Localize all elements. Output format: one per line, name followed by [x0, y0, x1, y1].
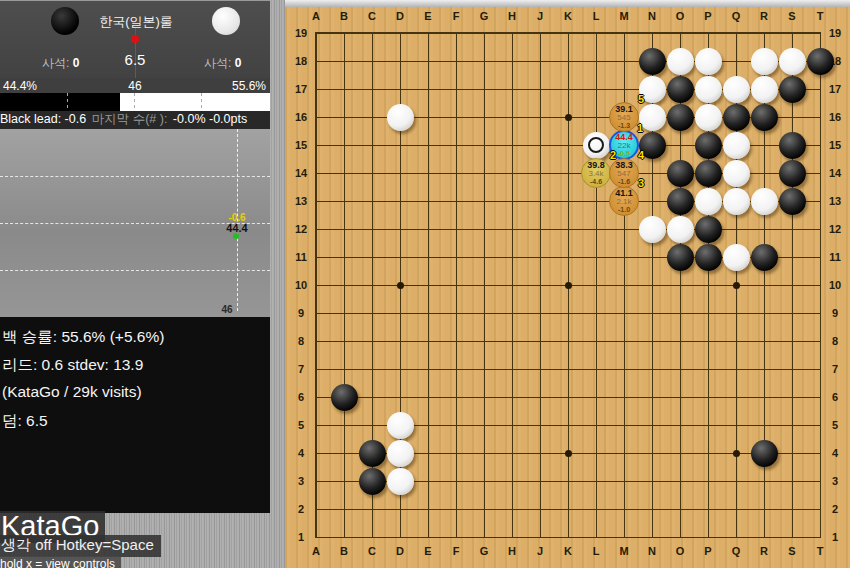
stone-white-D3 [387, 468, 414, 495]
row-label-left-18: 18 [289, 55, 313, 67]
col-label-top-R: R [756, 10, 772, 22]
stone-white-Q15 [723, 132, 750, 159]
row-label-right-19: 19 [823, 27, 847, 39]
candidate-score: -1.6 [618, 178, 630, 185]
stone-black-C3 [359, 468, 386, 495]
row-label-right-16: 16 [823, 111, 847, 123]
stone-white-S18 [779, 48, 806, 75]
rule-label: 한국(일본)룰 [66, 13, 206, 31]
stone-white-N12 [639, 216, 666, 243]
info-engine-visits: (KataGo / 29k visits) [2, 383, 142, 401]
row-label-left-7: 7 [289, 363, 313, 375]
winrate-graph[interactable]: -0.6 44.4 46 [0, 129, 270, 317]
row-label-left-2: 2 [289, 503, 313, 515]
stone-white-P17 [695, 76, 722, 103]
row-label-right-15: 15 [823, 139, 847, 151]
stone-white-Q17 [723, 76, 750, 103]
info-white-winrate: 백 승률: 55.6% (+5.6%) [2, 327, 164, 348]
stone-black-O16 [667, 104, 694, 131]
stone-white-P18 [695, 48, 722, 75]
row-label-right-12: 12 [823, 223, 847, 235]
stone-white-D5 [387, 412, 414, 439]
stone-white-Q14 [723, 160, 750, 187]
stone-black-O14 [667, 160, 694, 187]
graph-gridline-25 [0, 176, 270, 177]
row-label-right-2: 2 [823, 503, 847, 515]
col-label-top-D: D [392, 10, 408, 22]
candidate-rank-badge: 5 [638, 94, 644, 105]
stone-black-O13 [667, 188, 694, 215]
row-label-right-11: 11 [823, 251, 847, 263]
stone-white-Q13 [723, 188, 750, 215]
col-label-bottom-D: D [392, 545, 408, 557]
stone-black-T18 [807, 48, 834, 75]
info-lead-stdev: 리드: 0.6 stdev: 13.9 [2, 355, 143, 376]
candidate-score: -1.0 [618, 206, 630, 213]
board-top-strip [285, 0, 850, 7]
stone-black-S14 [779, 160, 806, 187]
stone-white-R18 [751, 48, 778, 75]
candidate-score: -0.5 [618, 150, 630, 157]
stone-black-C4 [359, 440, 386, 467]
stone-black-S13 [779, 188, 806, 215]
stone-white-R17 [751, 76, 778, 103]
go-board[interactable]: AABBCCDDEEFFGGHHJJKKLLMMNNOOPPQQRRSSTT19… [285, 0, 850, 568]
row-label-left-8: 8 [289, 335, 313, 347]
candidate-visits: 2.1k [616, 198, 631, 206]
row-label-right-3: 3 [823, 475, 847, 487]
star-point-Q4 [733, 450, 740, 457]
star-point-K16 [565, 114, 572, 121]
col-label-top-M: M [616, 10, 632, 22]
col-label-top-J: J [532, 10, 548, 22]
stone-white-P13 [695, 188, 722, 215]
col-label-bottom-F: F [448, 545, 464, 557]
row-label-left-6: 6 [289, 391, 313, 403]
col-label-top-E: E [420, 10, 436, 22]
graph-move-label: 46 [207, 304, 247, 315]
col-label-top-L: L [588, 10, 604, 22]
candidate-score: -4.6 [590, 178, 602, 185]
row-label-right-9: 9 [823, 307, 847, 319]
col-label-top-O: O [672, 10, 688, 22]
last-move-label: 마지막 수(# ): [92, 112, 168, 126]
candidate-visits: 547 [617, 170, 630, 178]
stone-white-L15 [583, 132, 610, 159]
winrate-tick-25 [67, 93, 68, 111]
candidate-move-L14[interactable]: 39.83.4k-4.62 [581, 158, 611, 188]
winrate-tick-75 [201, 93, 202, 111]
stone-white-R13 [751, 188, 778, 215]
star-point-D10 [397, 282, 404, 289]
row-label-left-17: 17 [289, 83, 313, 95]
col-label-top-N: N [644, 10, 660, 22]
stone-black-S15 [779, 132, 806, 159]
col-label-top-F: F [448, 10, 464, 22]
row-label-right-10: 10 [823, 279, 847, 291]
row-label-right-8: 8 [823, 335, 847, 347]
col-label-bottom-T: T [812, 545, 828, 557]
row-label-right-14: 14 [823, 167, 847, 179]
candidate-move-M14[interactable]: 38.3547-1.64 [609, 158, 639, 188]
status-line: Black lead: -0.6 마지막 수(# ): -0.0% -0.0pt… [0, 111, 270, 129]
stone-white-O18 [667, 48, 694, 75]
stone-white-Q11 [723, 244, 750, 271]
candidate-rank-badge: 4 [638, 150, 644, 161]
col-label-bottom-L: L [588, 545, 604, 557]
col-label-top-S: S [784, 10, 800, 22]
winrate-bar [0, 93, 270, 111]
star-point-Q10 [733, 282, 740, 289]
row-label-right-6: 6 [823, 391, 847, 403]
col-label-top-B: B [336, 10, 352, 22]
col-label-top-Q: Q [728, 10, 744, 22]
stone-black-S17 [779, 76, 806, 103]
stone-black-R4 [751, 440, 778, 467]
col-label-top-K: K [560, 10, 576, 22]
think-hotkey-label[interactable]: 생각 off Hotkey=Space [0, 535, 161, 557]
row-label-left-9: 9 [289, 307, 313, 319]
white-winrate-label: 55.6% [232, 79, 266, 93]
stone-white-D4 [387, 440, 414, 467]
col-label-bottom-A: A [308, 545, 324, 557]
row-label-right-4: 4 [823, 447, 847, 459]
col-label-bottom-N: N [644, 545, 660, 557]
white-captures: 사석: 0 [204, 55, 241, 72]
row-label-left-4: 4 [289, 447, 313, 459]
row-label-right-7: 7 [823, 363, 847, 375]
last-move-marker [588, 137, 604, 153]
black-captures: 사석: 0 [42, 55, 79, 72]
star-point-K10 [565, 282, 572, 289]
stone-black-P15 [695, 132, 722, 159]
col-label-bottom-O: O [672, 545, 688, 557]
stone-white-D16 [387, 104, 414, 131]
stone-black-R11 [751, 244, 778, 271]
stone-black-N18 [639, 48, 666, 75]
col-label-bottom-Q: Q [728, 545, 744, 557]
row-label-left-12: 12 [289, 223, 313, 235]
row-label-left-10: 10 [289, 279, 313, 291]
info-komi: 덤: 6.5 [2, 411, 48, 432]
col-label-bottom-R: R [756, 545, 772, 557]
stone-black-Q16 [723, 104, 750, 131]
col-label-top-P: P [700, 10, 716, 22]
star-point-K4 [565, 450, 572, 457]
komi-value: 6.5 [95, 51, 175, 68]
row-label-left-15: 15 [289, 139, 313, 151]
candidate-visits: 545 [617, 114, 630, 122]
candidate-visits: 22k [618, 142, 631, 150]
row-label-left-19: 19 [289, 27, 313, 39]
col-label-top-H: H [504, 10, 520, 22]
row-label-right-13: 13 [823, 195, 847, 207]
col-label-top-C: C [364, 10, 380, 22]
graph-current-point [233, 233, 239, 239]
candidate-score: -1.3 [618, 122, 630, 129]
col-label-bottom-B: B [336, 545, 352, 557]
candidate-visits: 3.4k [588, 170, 603, 178]
col-label-bottom-S: S [784, 545, 800, 557]
col-label-bottom-C: C [364, 545, 380, 557]
stone-white-P16 [695, 104, 722, 131]
row-label-left-1: 1 [289, 531, 313, 543]
controls-hint: hold x = view controls [0, 556, 121, 568]
col-label-bottom-M: M [616, 545, 632, 557]
stone-black-P11 [695, 244, 722, 271]
winrate-labels: 44.4% 46 55.6% [0, 78, 270, 93]
winrate-bar-black [0, 93, 120, 111]
col-label-bottom-H: H [504, 545, 520, 557]
stone-white-O12 [667, 216, 694, 243]
col-label-top-A: A [308, 10, 324, 22]
col-label-top-T: T [812, 10, 828, 22]
stone-black-O11 [667, 244, 694, 271]
black-lead-text: Black lead: -0.6 [0, 112, 86, 126]
candidate-move-M13[interactable]: 41.12.1k-1.03 [609, 186, 639, 216]
turn-indicator-dot [131, 35, 139, 43]
last-move-delta: -0.0% -0.0pts [173, 112, 247, 126]
row-label-left-14: 14 [289, 167, 313, 179]
col-label-top-G: G [476, 10, 492, 22]
candidate-move-M16[interactable]: 39.1545-1.35 [609, 102, 639, 132]
analysis-info-panel: 백 승률: 55.6% (+5.6%) 리드: 0.6 stdev: 13.9 … [0, 317, 270, 513]
stone-black-R16 [751, 104, 778, 131]
row-label-left-11: 11 [289, 251, 313, 263]
row-label-left-16: 16 [289, 111, 313, 123]
col-label-bottom-K: K [560, 545, 576, 557]
col-label-bottom-P: P [700, 545, 716, 557]
winrate-tick-50 [134, 93, 135, 111]
row-label-left-13: 13 [289, 195, 313, 207]
stone-black-P12 [695, 216, 722, 243]
row-label-left-3: 3 [289, 475, 313, 487]
game-header: 한국(일본)룰 사석: 0 6.5 사석: 0 [0, 0, 270, 79]
candidate-rank-badge: 1 [637, 123, 643, 134]
col-label-bottom-E: E [420, 545, 436, 557]
row-label-right-5: 5 [823, 419, 847, 431]
col-label-bottom-J: J [532, 545, 548, 557]
stone-black-P14 [695, 160, 722, 187]
row-label-right-17: 17 [823, 83, 847, 95]
move-number-label: 46 [0, 79, 270, 93]
row-label-left-5: 5 [289, 419, 313, 431]
row-label-right-1: 1 [823, 531, 847, 543]
stone-black-B6 [331, 384, 358, 411]
candidate-rank-badge: 3 [638, 178, 644, 189]
graph-gridline-75 [0, 270, 270, 271]
white-player-stone-icon [212, 7, 240, 35]
col-label-bottom-G: G [476, 545, 492, 557]
stone-black-O17 [667, 76, 694, 103]
